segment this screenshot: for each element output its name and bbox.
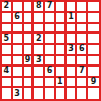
cell-r3c3[interactable] xyxy=(24,24,35,35)
cell-r6c4[interactable]: 3 xyxy=(34,56,45,67)
cell-r8c3[interactable] xyxy=(24,78,35,89)
cell-r2c5[interactable] xyxy=(45,13,56,24)
cell-r7c7[interactable] xyxy=(67,67,78,78)
cell-r2c9[interactable] xyxy=(88,13,99,24)
cell-r3c9[interactable] xyxy=(88,24,99,35)
cell-r4c9[interactable] xyxy=(88,34,99,45)
cell-r5c9[interactable] xyxy=(88,45,99,56)
cell-r4c5[interactable] xyxy=(45,34,56,45)
given-digit: 3 xyxy=(36,56,42,64)
cell-r1c9[interactable] xyxy=(88,2,99,13)
cell-r4c3[interactable] xyxy=(24,34,35,45)
cell-r9c3[interactable] xyxy=(24,88,35,99)
cell-r4c4[interactable]: 2 xyxy=(34,34,45,45)
cell-r3c1[interactable] xyxy=(2,24,13,35)
cell-r8c8[interactable] xyxy=(77,78,88,89)
cell-r6c6[interactable] xyxy=(56,56,67,67)
cell-r1c5[interactable]: 7 xyxy=(45,2,56,13)
cell-r4c2[interactable] xyxy=(13,34,24,45)
cell-r2c1[interactable] xyxy=(2,13,13,24)
cell-r9c2[interactable]: 3 xyxy=(13,88,24,99)
cell-r7c1[interactable]: 4 xyxy=(2,67,13,78)
cell-r4c7[interactable] xyxy=(67,34,78,45)
cell-r7c8[interactable]: 7 xyxy=(77,67,88,78)
sudoku-board: 28761523693467193 xyxy=(0,0,101,101)
cell-r4c8[interactable] xyxy=(77,34,88,45)
cell-r6c7[interactable] xyxy=(67,56,78,67)
cell-r6c3[interactable]: 9 xyxy=(24,56,35,67)
cell-r6c2[interactable] xyxy=(13,56,24,67)
cell-r4c1[interactable]: 5 xyxy=(2,34,13,45)
given-digit: 5 xyxy=(4,35,10,43)
cell-r9c4[interactable] xyxy=(34,88,45,99)
given-digit: 9 xyxy=(91,78,97,86)
cell-r3c4[interactable] xyxy=(34,24,45,35)
cell-r6c8[interactable] xyxy=(77,56,88,67)
given-digit: 2 xyxy=(4,2,10,10)
given-digit: 3 xyxy=(68,45,74,53)
cell-r1c8[interactable] xyxy=(77,2,88,13)
cell-r3c7[interactable] xyxy=(67,24,78,35)
cell-r8c6[interactable]: 1 xyxy=(56,78,67,89)
given-digit: 8 xyxy=(36,2,42,10)
cell-r6c5[interactable] xyxy=(45,56,56,67)
given-digit: 6 xyxy=(79,45,85,53)
cell-r8c9[interactable]: 9 xyxy=(88,78,99,89)
cell-r8c7[interactable] xyxy=(67,78,78,89)
cell-r3c5[interactable] xyxy=(45,24,56,35)
cell-r6c9[interactable] xyxy=(88,56,99,67)
cell-r9c5[interactable] xyxy=(45,88,56,99)
given-digit: 2 xyxy=(36,35,42,43)
cell-r2c2[interactable]: 6 xyxy=(13,13,24,24)
cell-r7c4[interactable] xyxy=(34,67,45,78)
given-digit: 7 xyxy=(47,2,53,10)
cell-r5c1[interactable] xyxy=(2,45,13,56)
cell-r8c1[interactable] xyxy=(2,78,13,89)
cell-r2c6[interactable] xyxy=(56,13,67,24)
cell-r9c1[interactable] xyxy=(2,88,13,99)
cell-r5c7[interactable]: 3 xyxy=(67,45,78,56)
cell-r3c6[interactable] xyxy=(56,24,67,35)
cell-r9c7[interactable] xyxy=(67,88,78,99)
cell-r1c2[interactable] xyxy=(13,2,24,13)
cell-r3c2[interactable] xyxy=(13,24,24,35)
given-digit: 7 xyxy=(79,67,85,75)
cell-r2c4[interactable] xyxy=(34,13,45,24)
cell-r9c8[interactable] xyxy=(77,88,88,99)
cell-r5c4[interactable] xyxy=(34,45,45,56)
cell-r7c2[interactable] xyxy=(13,67,24,78)
cell-r1c3[interactable] xyxy=(24,2,35,13)
cell-r8c2[interactable] xyxy=(13,78,24,89)
cell-r2c8[interactable] xyxy=(77,13,88,24)
cell-r6c1[interactable] xyxy=(2,56,13,67)
cell-r3c8[interactable] xyxy=(77,24,88,35)
cell-r2c7[interactable]: 1 xyxy=(67,13,78,24)
cell-r1c1[interactable]: 2 xyxy=(2,2,13,13)
given-digit: 6 xyxy=(14,13,20,21)
cell-r9c6[interactable] xyxy=(56,88,67,99)
cell-r7c6[interactable] xyxy=(56,67,67,78)
cell-r8c4[interactable] xyxy=(34,78,45,89)
given-digit: 1 xyxy=(57,78,63,86)
given-digit: 4 xyxy=(4,67,10,75)
cell-r5c8[interactable]: 6 xyxy=(77,45,88,56)
cell-r1c7[interactable] xyxy=(67,2,78,13)
cell-r5c2[interactable] xyxy=(13,45,24,56)
given-digit: 3 xyxy=(14,90,20,98)
cell-r7c3[interactable] xyxy=(24,67,35,78)
cell-r7c9[interactable] xyxy=(88,67,99,78)
cell-r5c5[interactable] xyxy=(45,45,56,56)
cell-r9c9[interactable] xyxy=(88,88,99,99)
cell-r4c6[interactable] xyxy=(56,34,67,45)
cell-r2c3[interactable] xyxy=(24,13,35,24)
cell-r7c5[interactable]: 6 xyxy=(45,67,56,78)
given-digit: 6 xyxy=(47,67,53,75)
given-digit: 1 xyxy=(68,13,74,21)
cell-r1c4[interactable]: 8 xyxy=(34,2,45,13)
given-digit: 9 xyxy=(25,56,31,64)
cell-r1c6[interactable] xyxy=(56,2,67,13)
cell-r8c5[interactable] xyxy=(45,78,56,89)
cell-r5c6[interactable] xyxy=(56,45,67,56)
cell-r5c3[interactable] xyxy=(24,45,35,56)
